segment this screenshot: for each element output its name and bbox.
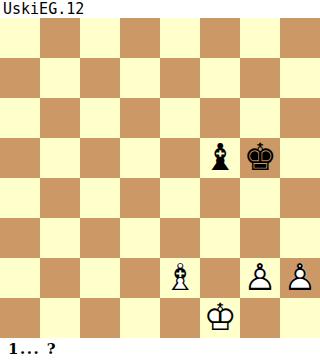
square-c2[interactable]: [80, 258, 120, 298]
square-b7[interactable]: [40, 58, 80, 98]
white-king: ♚♔: [200, 298, 240, 338]
square-h8[interactable]: [280, 18, 320, 58]
square-f2[interactable]: [200, 258, 240, 298]
square-b3[interactable]: [40, 218, 80, 258]
square-e6[interactable]: [160, 98, 200, 138]
square-c1[interactable]: [80, 298, 120, 338]
square-g8[interactable]: [240, 18, 280, 58]
square-d1[interactable]: [120, 298, 160, 338]
square-h3[interactable]: [280, 218, 320, 258]
square-e5[interactable]: [160, 138, 200, 178]
square-g6[interactable]: [240, 98, 280, 138]
square-a1[interactable]: [0, 298, 40, 338]
square-d4[interactable]: [120, 178, 160, 218]
square-g3[interactable]: [240, 218, 280, 258]
square-h5[interactable]: [280, 138, 320, 178]
square-f8[interactable]: [200, 18, 240, 58]
square-e1[interactable]: [160, 298, 200, 338]
square-f4[interactable]: [200, 178, 240, 218]
square-d8[interactable]: [120, 18, 160, 58]
white-king-outline: ♔: [200, 298, 240, 338]
square-a7[interactable]: [0, 58, 40, 98]
square-f5[interactable]: ♝: [200, 138, 240, 178]
square-h6[interactable]: [280, 98, 320, 138]
square-b1[interactable]: [40, 298, 80, 338]
square-e7[interactable]: [160, 58, 200, 98]
square-a3[interactable]: [0, 218, 40, 258]
square-e4[interactable]: [160, 178, 200, 218]
square-b6[interactable]: [40, 98, 80, 138]
square-f7[interactable]: [200, 58, 240, 98]
square-c4[interactable]: [80, 178, 120, 218]
square-f3[interactable]: [200, 218, 240, 258]
square-d6[interactable]: [120, 98, 160, 138]
square-d2[interactable]: [120, 258, 160, 298]
chess-board: ♝♚♝♗♟♙♟♙♚♔: [0, 18, 320, 338]
white-bishop: ♝♗: [160, 258, 200, 298]
square-h4[interactable]: [280, 178, 320, 218]
move-prompt: 1... ?: [0, 338, 320, 360]
white-pawn-outline: ♙: [280, 258, 320, 298]
white-pawn: ♟♙: [240, 258, 280, 298]
square-h2[interactable]: ♟♙: [280, 258, 320, 298]
black-king: ♚: [243, 138, 276, 178]
square-e3[interactable]: [160, 218, 200, 258]
square-g5[interactable]: ♚: [240, 138, 280, 178]
chess-diagram: UskiEG.12 ♝♚♝♗♟♙♟♙♚♔ 1... ?: [0, 0, 320, 360]
square-g2[interactable]: ♟♙: [240, 258, 280, 298]
square-a4[interactable]: [0, 178, 40, 218]
square-b2[interactable]: [40, 258, 80, 298]
square-a5[interactable]: [0, 138, 40, 178]
page-title: UskiEG.12: [0, 0, 320, 18]
square-b8[interactable]: [40, 18, 80, 58]
square-c3[interactable]: [80, 218, 120, 258]
square-h7[interactable]: [280, 58, 320, 98]
white-pawn: ♟♙: [280, 258, 320, 298]
square-g4[interactable]: [240, 178, 280, 218]
white-bishop-outline: ♗: [160, 258, 200, 298]
square-h1[interactable]: [280, 298, 320, 338]
white-pawn-outline: ♙: [240, 258, 280, 298]
square-c5[interactable]: [80, 138, 120, 178]
square-f1[interactable]: ♚♔: [200, 298, 240, 338]
square-c7[interactable]: [80, 58, 120, 98]
square-g1[interactable]: [240, 298, 280, 338]
square-c8[interactable]: [80, 18, 120, 58]
square-d5[interactable]: [120, 138, 160, 178]
square-e2[interactable]: ♝♗: [160, 258, 200, 298]
square-g7[interactable]: [240, 58, 280, 98]
square-d3[interactable]: [120, 218, 160, 258]
square-d7[interactable]: [120, 58, 160, 98]
black-bishop: ♝: [203, 138, 236, 178]
square-a6[interactable]: [0, 98, 40, 138]
square-b4[interactable]: [40, 178, 80, 218]
square-e8[interactable]: [160, 18, 200, 58]
square-b5[interactable]: [40, 138, 80, 178]
square-a2[interactable]: [0, 258, 40, 298]
square-a8[interactable]: [0, 18, 40, 58]
square-f6[interactable]: [200, 98, 240, 138]
square-c6[interactable]: [80, 98, 120, 138]
